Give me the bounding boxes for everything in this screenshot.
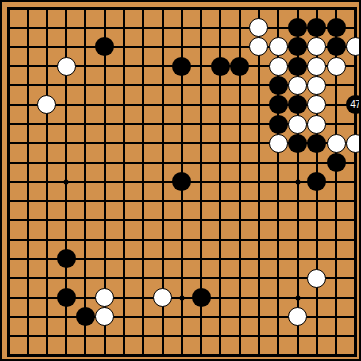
- black-stone: [288, 18, 307, 37]
- black-stone: [172, 172, 191, 191]
- white-stone: [95, 307, 114, 326]
- white-stone: [288, 115, 307, 134]
- white-stone: [327, 57, 346, 76]
- black-stone: [57, 288, 76, 307]
- black-stone: [76, 307, 95, 326]
- white-stone: [269, 57, 288, 76]
- white-stone: [346, 134, 361, 153]
- black-stone: [288, 134, 307, 153]
- white-stone: [307, 269, 326, 288]
- white-stone: [307, 95, 326, 114]
- black-stone: [269, 76, 288, 95]
- black-stone: [307, 18, 326, 37]
- white-stone: [288, 76, 307, 95]
- black-stone: [230, 57, 249, 76]
- white-stone: [307, 76, 326, 95]
- white-stone: [269, 37, 288, 56]
- black-stone: [192, 288, 211, 307]
- black-stone: [307, 134, 326, 153]
- white-stone: [269, 134, 288, 153]
- white-stone: [307, 115, 326, 134]
- white-stone: [288, 307, 307, 326]
- white-stone: [249, 37, 268, 56]
- black-stone: [269, 95, 288, 114]
- white-stone: [57, 57, 76, 76]
- white-stone: [307, 57, 326, 76]
- black-stone: 47: [346, 95, 361, 114]
- white-stone: [37, 95, 56, 114]
- black-stone: [95, 37, 114, 56]
- white-stone: [95, 288, 114, 307]
- black-stone: [288, 95, 307, 114]
- white-stone: [346, 37, 361, 56]
- black-stone: [172, 57, 191, 76]
- white-stone: [153, 288, 172, 307]
- black-stone: [327, 18, 346, 37]
- go-board-screenshot: { "game": "go", "board_size": 19, "color…: [0, 0, 361, 361]
- black-stone: [211, 57, 230, 76]
- white-stone: [249, 18, 268, 37]
- stone-layer: 47: [0, 0, 361, 361]
- black-stone: [288, 57, 307, 76]
- white-stone: [307, 37, 326, 56]
- black-stone: [269, 115, 288, 134]
- black-stone: [327, 37, 346, 56]
- black-stone: [307, 172, 326, 191]
- black-stone: [327, 153, 346, 172]
- white-stone: [327, 134, 346, 153]
- move-number-label: 47: [350, 100, 360, 110]
- black-stone: [288, 37, 307, 56]
- black-stone: [57, 249, 76, 268]
